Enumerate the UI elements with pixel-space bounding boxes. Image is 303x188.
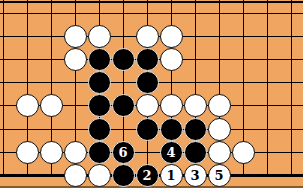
stone-black [160, 118, 183, 141]
grid-vline [3, 0, 4, 177]
stone-black [112, 94, 135, 117]
stone-white-move-5: 5 [208, 164, 231, 187]
move-number-label: 2 [142, 168, 151, 181]
stone-white [16, 141, 39, 164]
stone-white [160, 48, 183, 71]
grid-vline [291, 0, 292, 177]
stone-white [64, 164, 87, 187]
stone-black [88, 94, 111, 117]
stone-white [16, 94, 39, 117]
stone-white [208, 94, 231, 117]
stone-white [160, 94, 183, 117]
stone-black-move-4: 4 [160, 141, 183, 164]
stone-white [232, 141, 255, 164]
stone-white [64, 48, 87, 71]
stone-white [40, 141, 63, 164]
move-number-label: 4 [166, 145, 175, 158]
move-number-label: 3 [190, 168, 199, 181]
grid-hline [0, 13, 303, 14]
move-number-label: 5 [214, 168, 223, 181]
stone-white [88, 164, 111, 187]
bottom-strip [0, 186, 303, 188]
stone-black [184, 118, 207, 141]
stone-black [136, 118, 159, 141]
stone-white [136, 25, 159, 48]
stone-black [136, 71, 159, 94]
stone-black [112, 48, 135, 71]
stone-white [208, 141, 231, 164]
stone-white-move-1: 1 [160, 164, 183, 187]
stone-black [88, 141, 111, 164]
stone-white [64, 141, 87, 164]
stone-black [88, 71, 111, 94]
stone-white [160, 25, 183, 48]
stone-white-move-3: 3 [184, 164, 207, 187]
stone-black-move-6: 6 [112, 141, 135, 164]
grid-vline [267, 0, 268, 177]
stone-black [184, 141, 207, 164]
go-board-diagram: 642135 [0, 0, 303, 188]
move-number-label: 6 [118, 145, 127, 158]
stone-black-move-2: 2 [136, 164, 159, 187]
stone-white [88, 25, 111, 48]
stone-white [184, 94, 207, 117]
stone-white [208, 118, 231, 141]
board-top-line [0, 1, 303, 3]
stone-white [64, 25, 87, 48]
move-number-label: 1 [166, 168, 175, 181]
stone-white [40, 94, 63, 117]
stone-black [88, 118, 111, 141]
stone-black [112, 164, 135, 187]
stone-black [88, 48, 111, 71]
stone-black [136, 48, 159, 71]
stone-white [136, 94, 159, 117]
